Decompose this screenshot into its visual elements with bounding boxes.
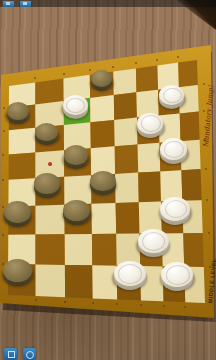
dark-piece-c2r3[interactable] [64,145,88,171]
piece-ring [118,264,142,283]
piece-ring [165,200,187,218]
pieces-layer [0,0,216,360]
menu-button[interactable] [4,348,17,360]
dark-piece-c0r5[interactable] [4,201,31,228]
dark-piece-c1r2[interactable] [35,123,58,148]
game-screen: Mandatory Jump! MIDDLE LEVEL [0,0,216,360]
white-piece-c4r7[interactable] [114,261,146,293]
white-piece-c6r1[interactable] [159,85,184,111]
status-bar [0,0,216,7]
notification-icon-1 [3,1,14,7]
dark-piece-c3r4[interactable] [90,171,116,198]
piece-ring [166,265,190,284]
white-piece-c5r6[interactable] [138,229,169,260]
dark-piece-c3r0[interactable] [91,70,112,93]
undo-button[interactable] [23,348,36,360]
piece-ring [142,232,165,251]
menu-icon [8,351,15,358]
undo-icon [26,351,34,359]
notification-icon-2 [20,1,31,7]
white-piece-c5r2[interactable] [137,113,163,140]
dark-piece-c0r1[interactable] [7,102,29,126]
dark-piece-c0r7[interactable] [3,259,32,288]
dark-piece-c2r5[interactable] [63,200,90,227]
white-piece-c6r7[interactable] [161,262,193,294]
dark-piece-c1r4[interactable] [34,173,60,200]
piece-ring [141,115,161,131]
piece-ring [164,141,185,158]
white-piece-c2r1[interactable] [63,95,88,121]
white-piece-c6r5[interactable] [160,197,190,227]
white-piece-c6r3[interactable] [160,138,187,166]
